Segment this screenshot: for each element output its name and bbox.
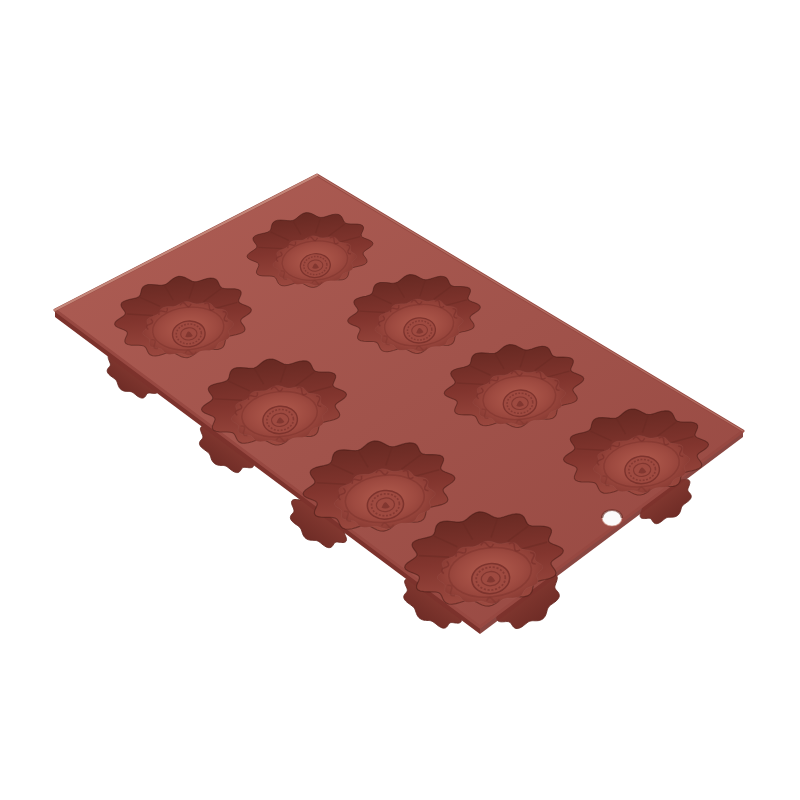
mold-photo bbox=[0, 0, 800, 800]
mold-sheet bbox=[55, 175, 743, 627]
product-image bbox=[0, 0, 800, 800]
hanging-hole bbox=[602, 510, 622, 526]
